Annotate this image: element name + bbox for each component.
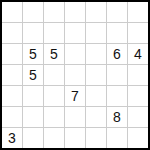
- cell-r4c2: 5: [23, 65, 43, 85]
- cell-r3c1[interactable]: [2, 44, 22, 64]
- cell-r5c4: 7: [65, 86, 85, 106]
- cell-r2c4[interactable]: [65, 23, 85, 43]
- cell-r5c5[interactable]: [86, 86, 106, 106]
- cell-r4c6[interactable]: [107, 65, 127, 85]
- cell-r2c6[interactable]: [107, 23, 127, 43]
- cell-r2c2[interactable]: [23, 23, 43, 43]
- cell-r7c6[interactable]: [107, 128, 127, 148]
- cell-r4c7[interactable]: [128, 65, 148, 85]
- cell-r5c7[interactable]: [128, 86, 148, 106]
- cell-r1c5[interactable]: [86, 2, 106, 22]
- cell-r6c4[interactable]: [65, 107, 85, 127]
- cell-r6c2[interactable]: [23, 107, 43, 127]
- cell-r3c6: 6: [107, 44, 127, 64]
- cell-r1c1[interactable]: [2, 2, 22, 22]
- cell-r4c4[interactable]: [65, 65, 85, 85]
- cell-r2c3[interactable]: [44, 23, 64, 43]
- cell-r7c1: 3: [2, 128, 22, 148]
- cell-r2c7[interactable]: [128, 23, 148, 43]
- cell-r5c3[interactable]: [44, 86, 64, 106]
- cell-r7c2[interactable]: [23, 128, 43, 148]
- cell-r7c7[interactable]: [128, 128, 148, 148]
- cell-r4c5[interactable]: [86, 65, 106, 85]
- cell-r3c5[interactable]: [86, 44, 106, 64]
- cell-r2c5[interactable]: [86, 23, 106, 43]
- cell-r1c3[interactable]: [44, 2, 64, 22]
- cell-r1c6[interactable]: [107, 2, 127, 22]
- cell-r7c4[interactable]: [65, 128, 85, 148]
- cell-r6c1[interactable]: [2, 107, 22, 127]
- cell-r4c1[interactable]: [2, 65, 22, 85]
- cell-r5c2[interactable]: [23, 86, 43, 106]
- cell-r1c7[interactable]: [128, 2, 148, 22]
- cell-r5c6[interactable]: [107, 86, 127, 106]
- cell-r3c4[interactable]: [65, 44, 85, 64]
- cell-r7c5[interactable]: [86, 128, 106, 148]
- cell-r6c7[interactable]: [128, 107, 148, 127]
- cell-r6c3[interactable]: [44, 107, 64, 127]
- cell-r6c5[interactable]: [86, 107, 106, 127]
- cell-r3c7: 4: [128, 44, 148, 64]
- cell-r3c2: 5: [23, 44, 43, 64]
- puzzle-board: 55645783: [0, 0, 150, 150]
- cell-r1c2[interactable]: [23, 2, 43, 22]
- cell-r3c3: 5: [44, 44, 64, 64]
- cell-r1c4[interactable]: [65, 2, 85, 22]
- cell-r7c3[interactable]: [44, 128, 64, 148]
- cell-r2c1[interactable]: [2, 23, 22, 43]
- cell-r6c6: 8: [107, 107, 127, 127]
- cell-r5c1[interactable]: [2, 86, 22, 106]
- cell-r4c3[interactable]: [44, 65, 64, 85]
